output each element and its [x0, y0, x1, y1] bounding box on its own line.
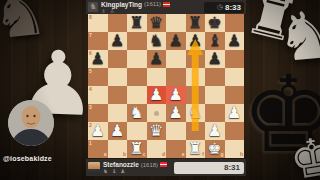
- black-rook: ♜: [127, 14, 147, 32]
- square-d2[interactable]: ♛: [147, 122, 167, 140]
- square-b8[interactable]: [108, 14, 128, 32]
- rank-label: 8: [89, 15, 92, 20]
- file-label: g: [220, 152, 223, 157]
- square-c8[interactable]: ♜: [127, 14, 147, 32]
- white-pawn: ♟: [225, 104, 245, 122]
- square-h1[interactable]: h: [225, 140, 245, 158]
- square-d5[interactable]: [147, 68, 167, 86]
- square-a7[interactable]: 7: [88, 32, 108, 50]
- square-c4[interactable]: [127, 86, 147, 104]
- square-d6[interactable]: ♟: [147, 50, 167, 68]
- rank-label: 2: [89, 123, 92, 128]
- square-h3[interactable]: ♟: [225, 104, 245, 122]
- square-f1[interactable]: f♜: [186, 140, 206, 158]
- square-g3[interactable]: [205, 104, 225, 122]
- square-g5[interactable]: [205, 68, 225, 86]
- file-label: b: [123, 152, 126, 157]
- top-captured-pieces: ♗ ♙: [101, 8, 204, 14]
- square-e8[interactable]: [166, 14, 186, 32]
- square-a8[interactable]: 8: [88, 14, 108, 32]
- square-f6[interactable]: [186, 50, 206, 68]
- square-a1[interactable]: 1a: [88, 140, 108, 158]
- top-player-rating: (1611): [144, 1, 161, 7]
- top-player-clock: ◷ 8:33: [204, 2, 244, 13]
- decor-knight-icon: ♞: [0, 0, 51, 49]
- square-h8[interactable]: [225, 14, 245, 32]
- white-pawn: ♟: [166, 86, 186, 104]
- decor-white-king-icon: ♚: [286, 129, 320, 180]
- square-e5[interactable]: [166, 68, 186, 86]
- rank-label: 7: [89, 33, 92, 38]
- black-bishop: ♝: [205, 32, 225, 50]
- black-pawn: ♟: [108, 32, 128, 50]
- square-g1[interactable]: g♚: [205, 140, 225, 158]
- white-king: ♚: [205, 140, 225, 158]
- file-label: f: [202, 152, 204, 157]
- square-f3[interactable]: ♞: [186, 104, 206, 122]
- channel-handle: @iosebakidze: [3, 155, 52, 162]
- file-label: h: [240, 152, 243, 157]
- white-knight: ♞: [127, 104, 147, 122]
- square-e6[interactable]: [166, 50, 186, 68]
- black-pawn: ♟: [147, 50, 167, 68]
- black-queen: ♛: [147, 14, 167, 32]
- rank-label: 3: [89, 105, 92, 110]
- streamer-face: [8, 100, 54, 146]
- black-pawn: ♟: [225, 32, 245, 50]
- clock-icon: ◷: [217, 4, 223, 11]
- file-label: d: [162, 152, 165, 157]
- black-pawn: ♟: [88, 50, 108, 68]
- square-h6[interactable]: [225, 50, 245, 68]
- white-pawn: ♟: [88, 122, 108, 140]
- square-b4[interactable]: [108, 86, 128, 104]
- square-g6[interactable]: ♟: [205, 50, 225, 68]
- square-e2[interactable]: [166, 122, 186, 140]
- white-pawn: ♟: [147, 86, 167, 104]
- square-b7[interactable]: ♟: [108, 32, 128, 50]
- square-e4[interactable]: ♟: [166, 86, 186, 104]
- stream-frame: ♞ ♟ ♜ ♞ ♚ ♚ ♞ KingplayTing (1611) ♗ ♙ ◷ …: [0, 0, 320, 180]
- white-rook: ♜: [186, 140, 206, 158]
- rank-label: 1: [89, 141, 92, 146]
- bottom-player-bar: Stefanozzle (1618) ♞ ♝ ♟ 8:31: [86, 159, 246, 176]
- black-rook: ♜: [186, 14, 206, 32]
- square-d7[interactable]: ♞: [147, 32, 167, 50]
- white-knight: ♞: [186, 104, 206, 122]
- square-f7[interactable]: ♟: [186, 32, 206, 50]
- top-player-avatar[interactable]: ♞: [88, 2, 98, 12]
- move-hint-dot: [154, 111, 159, 116]
- file-label: e: [182, 152, 185, 157]
- top-player-flag-icon: [163, 2, 170, 7]
- square-c3[interactable]: ♞: [127, 104, 147, 122]
- black-knight: ♞: [147, 32, 167, 50]
- square-f5[interactable]: [186, 68, 206, 86]
- square-c5[interactable]: [127, 68, 147, 86]
- bottom-player-clock-active: 8:31: [174, 162, 244, 174]
- square-f8[interactable]: ♜: [186, 14, 206, 32]
- square-b1[interactable]: b: [108, 140, 128, 158]
- white-pawn: ♟: [166, 104, 186, 122]
- square-e7[interactable]: ♟: [166, 32, 186, 50]
- top-player-name[interactable]: KingplayTing: [101, 1, 142, 8]
- square-c6[interactable]: [127, 50, 147, 68]
- rank-label: 5: [89, 69, 92, 74]
- decor-black-king-icon: ♚: [241, 62, 320, 168]
- square-g7[interactable]: ♝: [205, 32, 225, 50]
- square-a5[interactable]: 5: [88, 68, 108, 86]
- square-d3[interactable]: [147, 104, 167, 122]
- white-pawn: ♟: [108, 122, 128, 140]
- square-h4[interactable]: [225, 86, 245, 104]
- white-queen: ♛: [147, 122, 167, 140]
- black-pawn: ♟: [166, 32, 186, 50]
- square-c7[interactable]: [127, 32, 147, 50]
- black-pawn: ♟: [205, 50, 225, 68]
- square-a3[interactable]: 3: [88, 104, 108, 122]
- square-c2[interactable]: [127, 122, 147, 140]
- square-b5[interactable]: [108, 68, 128, 86]
- square-c1[interactable]: c♜: [127, 140, 147, 158]
- square-h5[interactable]: [225, 68, 245, 86]
- webcam-circle: [8, 100, 54, 146]
- white-rook: ♜: [127, 140, 147, 158]
- decor-knight-right-icon: ♞: [273, 2, 320, 73]
- rank-label: 6: [89, 51, 92, 56]
- square-d1[interactable]: d: [147, 140, 167, 158]
- square-h7[interactable]: ♟: [225, 32, 245, 50]
- square-f4[interactable]: [186, 86, 206, 104]
- square-e1[interactable]: e: [166, 140, 186, 158]
- square-a6[interactable]: 6♟: [88, 50, 108, 68]
- bottom-player-name[interactable]: Stefanozzle: [103, 161, 139, 168]
- bottom-captured-pieces: ♞ ♝ ♟: [103, 168, 174, 174]
- rank-label: 4: [89, 87, 92, 92]
- top-player-bar: ♞ KingplayTing (1611) ♗ ♙ ◷ 8:33: [86, 0, 246, 14]
- square-b2[interactable]: ♟: [108, 122, 128, 140]
- square-g2[interactable]: ♟: [205, 122, 225, 140]
- black-pawn: ♟: [186, 32, 206, 50]
- white-pawn: ♟: [205, 122, 225, 140]
- square-a2[interactable]: 2♟: [88, 122, 108, 140]
- file-label: c: [143, 152, 146, 157]
- square-b3[interactable]: [108, 104, 128, 122]
- square-f2[interactable]: [186, 122, 206, 140]
- square-d8[interactable]: ♛: [147, 14, 167, 32]
- square-e3[interactable]: ♟: [166, 104, 186, 122]
- decor-rook-icon: ♜: [240, 0, 304, 51]
- square-a4[interactable]: 4: [88, 86, 108, 104]
- square-g8[interactable]: ♚: [205, 14, 225, 32]
- square-d4[interactable]: ♟: [147, 86, 167, 104]
- bottom-player-avatar[interactable]: [88, 162, 100, 174]
- file-label: a: [104, 152, 107, 157]
- square-h2[interactable]: [225, 122, 245, 140]
- black-king: ♚: [205, 14, 225, 32]
- chess-board[interactable]: 8♜♛♜♚7♟♞♟♟♝♟6♟♟♟54♟♟3♞♟♞♟2♟♟♛♟1abc♜def♜g…: [88, 14, 244, 158]
- bottom-player-rating: (1618): [141, 162, 158, 168]
- bottom-player-flag-icon: [160, 162, 167, 167]
- bottom-clock-time: 8:31: [224, 163, 240, 172]
- square-g4[interactable]: [205, 86, 225, 104]
- top-clock-time: 8:33: [225, 3, 241, 12]
- square-b6[interactable]: [108, 50, 128, 68]
